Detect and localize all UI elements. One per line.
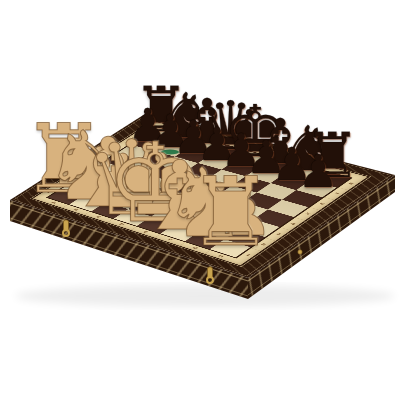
table-shadow (15, 285, 395, 307)
chess-set-photo: ABCDEFGH ABCDEFGH 87654321 87654321 ♜♞♝♛… (0, 0, 400, 400)
brass-pin (298, 250, 302, 254)
